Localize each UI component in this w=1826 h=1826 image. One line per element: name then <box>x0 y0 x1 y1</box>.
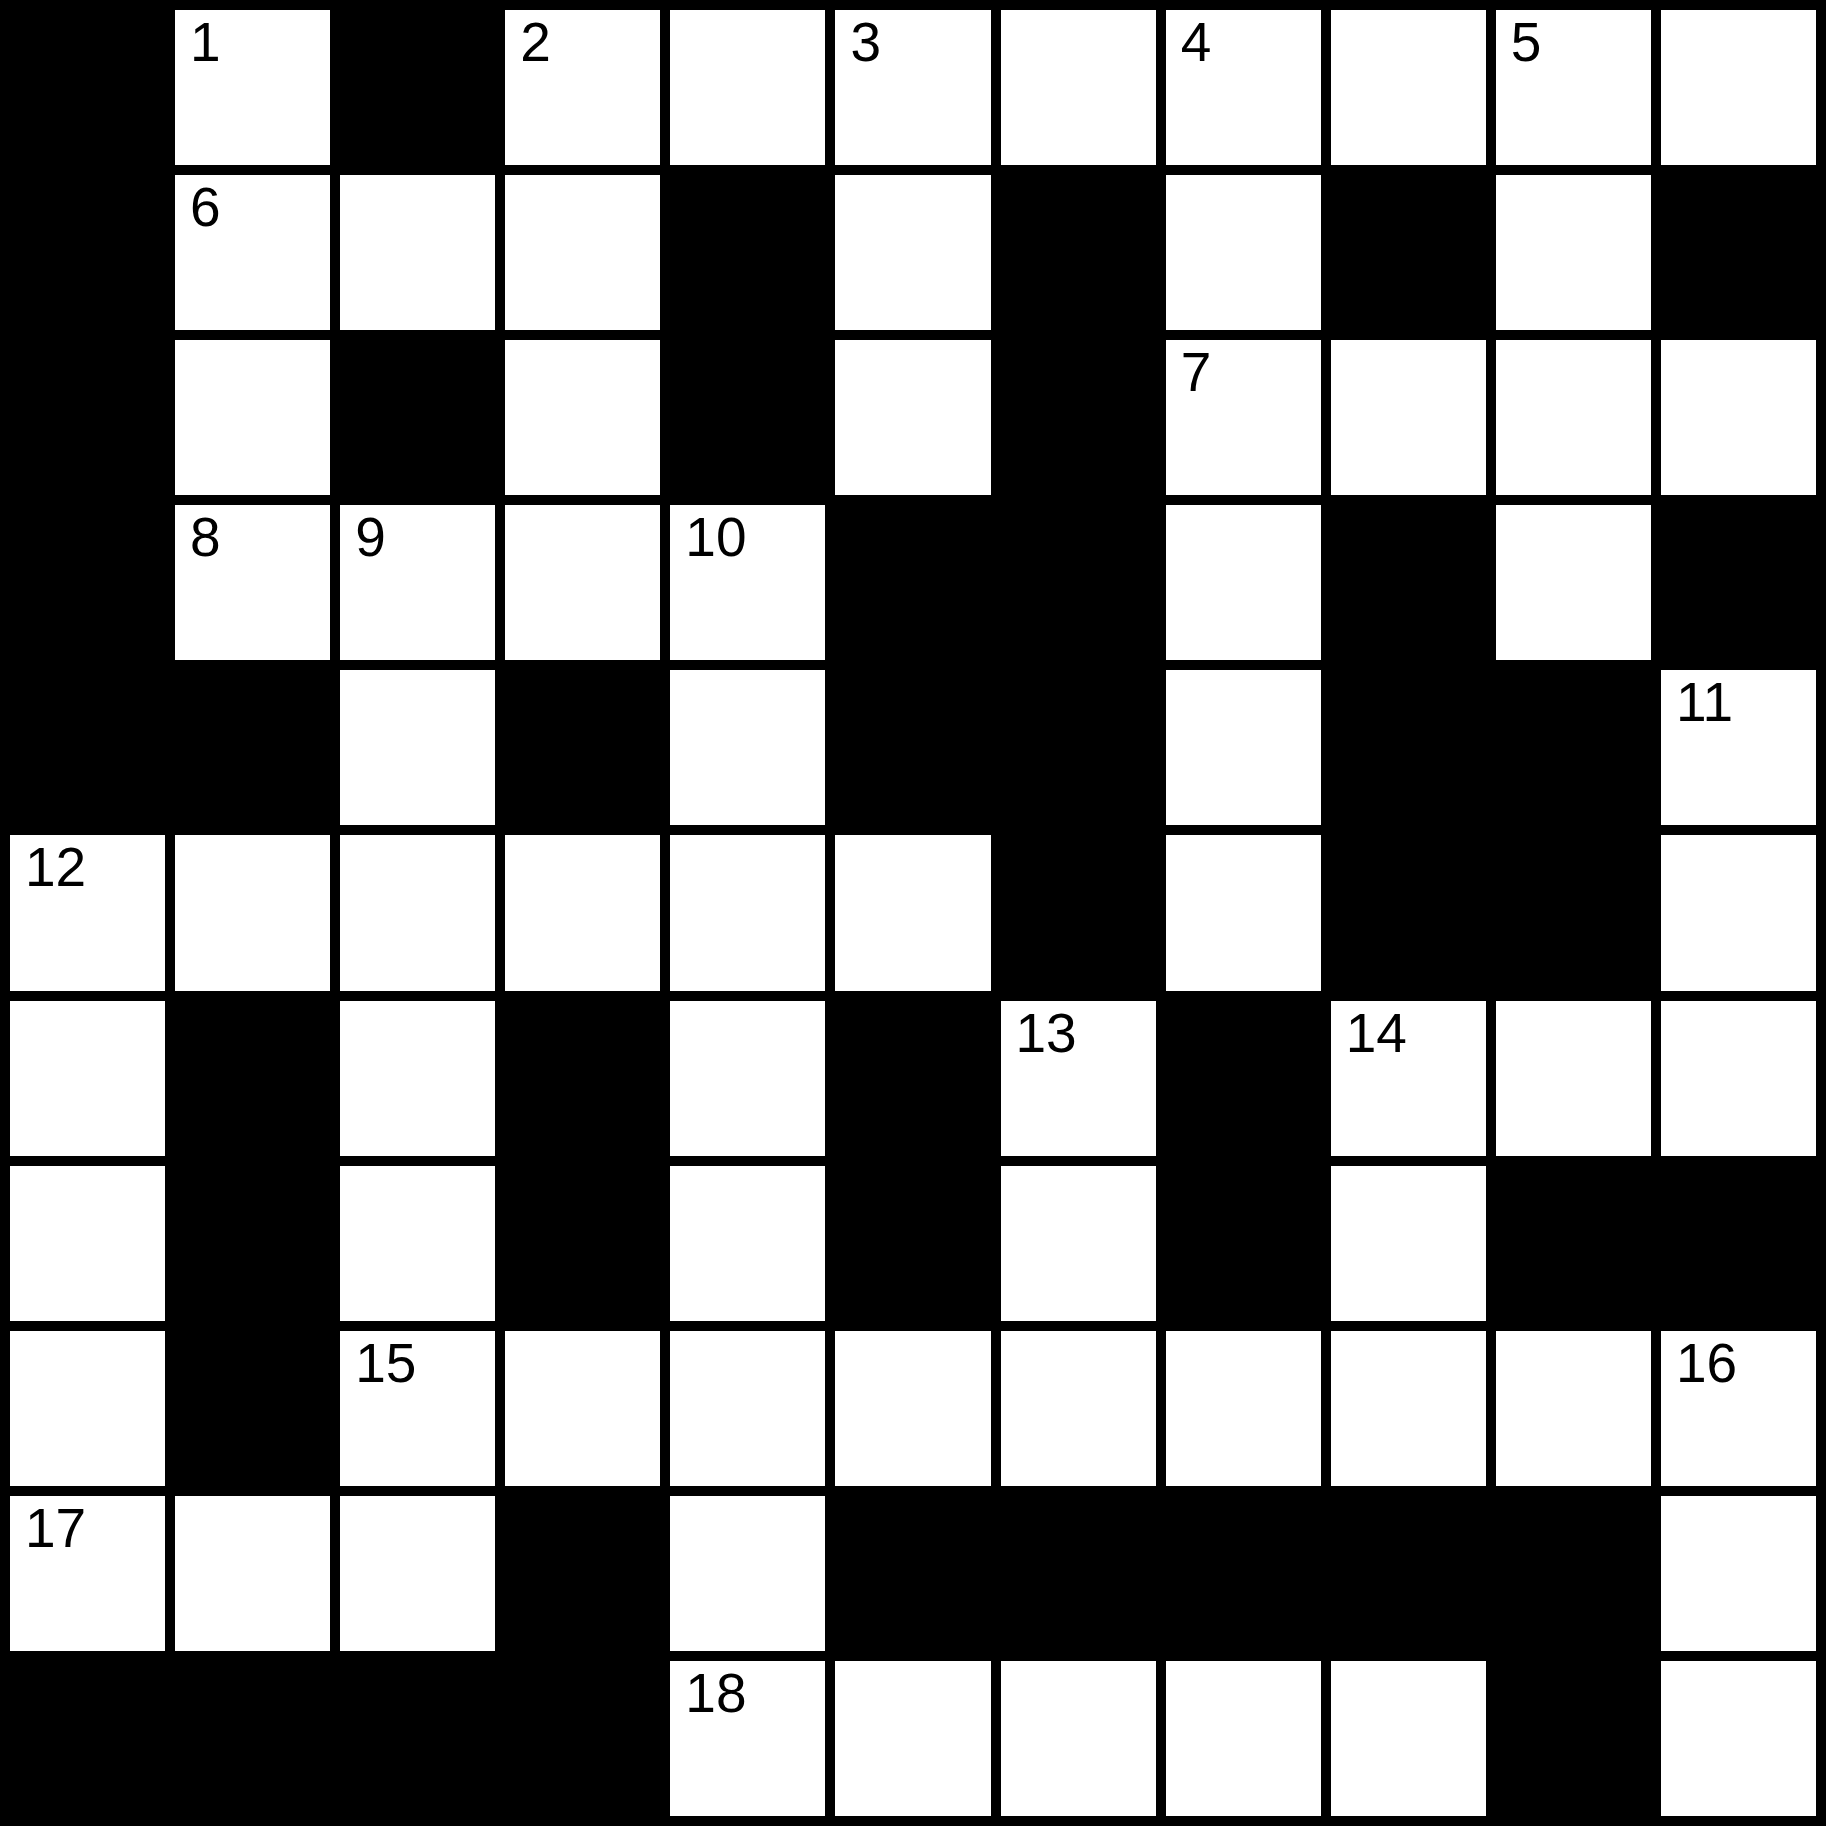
black-cell-r8c11 <box>1661 1166 1816 1321</box>
white-cell-r4c5[interactable]: 10 <box>670 505 825 660</box>
white-cell-r5c5[interactable] <box>670 670 825 825</box>
clue-number-11: 11 <box>1676 675 1733 730</box>
clue-number-9: 9 <box>355 510 386 565</box>
clue-number-1: 1 <box>190 15 221 70</box>
black-cell-r5c1 <box>10 670 165 825</box>
white-cell-r10c11[interactable] <box>1661 1496 1816 1651</box>
clue-number-8: 8 <box>190 510 221 565</box>
white-cell-r1c4[interactable]: 2 <box>505 10 660 165</box>
black-cell-r6c9 <box>1331 835 1486 990</box>
white-cell-r9c9[interactable] <box>1331 1331 1486 1486</box>
black-cell-r2c9 <box>1331 175 1486 330</box>
black-cell-r4c9 <box>1331 505 1486 660</box>
white-cell-r10c1[interactable]: 17 <box>10 1496 165 1651</box>
white-cell-r9c11[interactable]: 16 <box>1661 1331 1816 1486</box>
white-cell-r3c8[interactable]: 7 <box>1166 340 1321 495</box>
white-cell-r6c2[interactable] <box>175 835 330 990</box>
black-cell-r2c5 <box>670 175 825 330</box>
clue-number-10: 10 <box>685 510 746 565</box>
white-cell-r1c5[interactable] <box>670 10 825 165</box>
black-cell-r5c9 <box>1331 670 1486 825</box>
white-cell-r3c9[interactable] <box>1331 340 1486 495</box>
black-cell-r6c10 <box>1496 835 1651 990</box>
black-cell-r10c10 <box>1496 1496 1651 1651</box>
white-cell-r6c5[interactable] <box>670 835 825 990</box>
black-cell-r1c3 <box>340 10 495 165</box>
black-cell-r2c7 <box>1001 175 1156 330</box>
black-cell-r4c7 <box>1001 505 1156 660</box>
white-cell-r11c5[interactable]: 18 <box>670 1661 825 1816</box>
white-cell-r9c8[interactable] <box>1166 1331 1321 1486</box>
black-cell-r5c10 <box>1496 670 1651 825</box>
white-cell-r4c4[interactable] <box>505 505 660 660</box>
black-cell-r5c2 <box>175 670 330 825</box>
black-cell-r8c10 <box>1496 1166 1651 1321</box>
black-cell-r3c3 <box>340 340 495 495</box>
white-cell-r11c6[interactable] <box>835 1661 990 1816</box>
white-cell-r2c3[interactable] <box>340 175 495 330</box>
white-cell-r4c2[interactable]: 8 <box>175 505 330 660</box>
white-cell-r8c7[interactable] <box>1001 1166 1156 1321</box>
black-cell-r3c5 <box>670 340 825 495</box>
white-cell-r2c4[interactable] <box>505 175 660 330</box>
white-cell-r1c8[interactable]: 4 <box>1166 10 1321 165</box>
white-cell-r10c3[interactable] <box>340 1496 495 1651</box>
white-cell-r4c8[interactable] <box>1166 505 1321 660</box>
clue-number-12: 12 <box>25 840 86 895</box>
white-cell-r5c11[interactable]: 11 <box>1661 670 1816 825</box>
white-cell-r6c1[interactable]: 12 <box>10 835 165 990</box>
white-cell-r4c10[interactable] <box>1496 505 1651 660</box>
black-cell-r7c6 <box>835 1001 990 1156</box>
white-cell-r2c8[interactable] <box>1166 175 1321 330</box>
white-cell-r1c9[interactable] <box>1331 10 1486 165</box>
white-cell-r8c5[interactable] <box>670 1166 825 1321</box>
white-cell-r3c4[interactable] <box>505 340 660 495</box>
white-cell-r1c6[interactable]: 3 <box>835 10 990 165</box>
black-cell-r10c9 <box>1331 1496 1486 1651</box>
black-cell-r10c7 <box>1001 1496 1156 1651</box>
black-cell-r11c4 <box>505 1661 660 1816</box>
white-cell-r11c9[interactable] <box>1331 1661 1486 1816</box>
clue-number-5: 5 <box>1511 15 1542 70</box>
black-cell-r11c10 <box>1496 1661 1651 1816</box>
white-cell-r9c5[interactable] <box>670 1331 825 1486</box>
black-cell-r4c1 <box>10 505 165 660</box>
white-cell-r10c5[interactable] <box>670 1496 825 1651</box>
clue-number-3: 3 <box>850 15 881 70</box>
white-cell-r10c2[interactable] <box>175 1496 330 1651</box>
white-cell-r6c8[interactable] <box>1166 835 1321 990</box>
black-cell-r5c4 <box>505 670 660 825</box>
white-cell-r8c1[interactable] <box>10 1166 165 1321</box>
white-cell-r7c1[interactable] <box>10 1001 165 1156</box>
black-cell-r4c6 <box>835 505 990 660</box>
white-cell-r7c9[interactable]: 14 <box>1331 1001 1486 1156</box>
black-cell-r7c2 <box>175 1001 330 1156</box>
black-cell-r7c4 <box>505 1001 660 1156</box>
white-cell-r9c7[interactable] <box>1001 1331 1156 1486</box>
white-cell-r1c7[interactable] <box>1001 10 1156 165</box>
white-cell-r11c7[interactable] <box>1001 1661 1156 1816</box>
black-cell-r3c7 <box>1001 340 1156 495</box>
clue-number-18: 18 <box>685 1666 746 1721</box>
white-cell-r7c10[interactable] <box>1496 1001 1651 1156</box>
white-cell-r6c3[interactable] <box>340 835 495 990</box>
white-cell-r8c9[interactable] <box>1331 1166 1486 1321</box>
white-cell-r11c8[interactable] <box>1166 1661 1321 1816</box>
white-cell-r7c3[interactable] <box>340 1001 495 1156</box>
white-cell-r6c11[interactable] <box>1661 835 1816 990</box>
white-cell-r6c4[interactable] <box>505 835 660 990</box>
clue-number-7: 7 <box>1181 345 1212 400</box>
white-cell-r2c6[interactable] <box>835 175 990 330</box>
clue-number-6: 6 <box>190 180 221 235</box>
black-cell-r10c6 <box>835 1496 990 1651</box>
white-cell-r1c11[interactable] <box>1661 10 1816 165</box>
black-cell-r11c3 <box>340 1661 495 1816</box>
clue-number-14: 14 <box>1346 1006 1407 1061</box>
clue-number-16: 16 <box>1676 1336 1737 1391</box>
black-cell-r5c6 <box>835 670 990 825</box>
black-cell-r7c8 <box>1166 1001 1321 1156</box>
crossword-board: 123456789101112131415161718 <box>0 0 1826 1826</box>
clue-number-4: 4 <box>1181 15 1212 70</box>
white-cell-r6c6[interactable] <box>835 835 990 990</box>
black-cell-r1c1 <box>10 10 165 165</box>
white-cell-r5c3[interactable] <box>340 670 495 825</box>
white-cell-r1c2[interactable]: 1 <box>175 10 330 165</box>
black-cell-r6c7 <box>1001 835 1156 990</box>
white-cell-r11c11[interactable] <box>1661 1661 1816 1816</box>
black-cell-r8c8 <box>1166 1166 1321 1321</box>
white-cell-r2c2[interactable]: 6 <box>175 175 330 330</box>
white-cell-r9c1[interactable] <box>10 1331 165 1486</box>
white-cell-r7c5[interactable] <box>670 1001 825 1156</box>
black-cell-r8c6 <box>835 1166 990 1321</box>
black-cell-r4c11 <box>1661 505 1816 660</box>
white-cell-r3c11[interactable] <box>1661 340 1816 495</box>
white-cell-r3c10[interactable] <box>1496 340 1651 495</box>
white-cell-r2c10[interactable] <box>1496 175 1651 330</box>
white-cell-r8c3[interactable] <box>340 1166 495 1321</box>
black-cell-r10c8 <box>1166 1496 1321 1651</box>
black-cell-r9c2 <box>175 1331 330 1486</box>
black-cell-r10c4 <box>505 1496 660 1651</box>
white-cell-r1c10[interactable]: 5 <box>1496 10 1651 165</box>
white-cell-r7c11[interactable] <box>1661 1001 1816 1156</box>
black-cell-r2c11 <box>1661 175 1816 330</box>
clue-number-2: 2 <box>520 15 551 70</box>
black-cell-r2c1 <box>10 175 165 330</box>
black-cell-r11c1 <box>10 1661 165 1816</box>
white-cell-r3c2[interactable] <box>175 340 330 495</box>
white-cell-r9c3[interactable]: 15 <box>340 1331 495 1486</box>
white-cell-r9c6[interactable] <box>835 1331 990 1486</box>
black-cell-r8c4 <box>505 1166 660 1321</box>
black-cell-r5c7 <box>1001 670 1156 825</box>
black-cell-r11c2 <box>175 1661 330 1816</box>
white-cell-r7c7[interactable]: 13 <box>1001 1001 1156 1156</box>
white-cell-r5c8[interactable] <box>1166 670 1321 825</box>
black-cell-r8c2 <box>175 1166 330 1321</box>
clue-number-13: 13 <box>1016 1006 1077 1061</box>
white-cell-r3c6[interactable] <box>835 340 990 495</box>
clue-number-17: 17 <box>25 1501 86 1556</box>
white-cell-r9c4[interactable] <box>505 1331 660 1486</box>
white-cell-r4c3[interactable]: 9 <box>340 505 495 660</box>
clue-number-15: 15 <box>355 1336 416 1391</box>
black-cell-r3c1 <box>10 340 165 495</box>
white-cell-r9c10[interactable] <box>1496 1331 1651 1486</box>
